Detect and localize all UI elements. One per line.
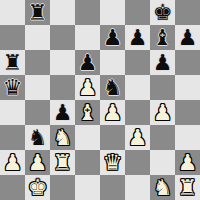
square-f6[interactable] bbox=[125, 50, 150, 75]
square-f1[interactable] bbox=[125, 175, 150, 200]
black-pawn[interactable]: ♟ bbox=[103, 25, 123, 50]
white-pawn[interactable]: ♟ bbox=[178, 150, 198, 175]
square-e7[interactable]: ♟ bbox=[100, 25, 125, 50]
square-h5[interactable] bbox=[175, 75, 200, 100]
square-b1[interactable]: ♚ bbox=[25, 175, 50, 200]
square-g2[interactable] bbox=[150, 150, 175, 175]
square-g4[interactable]: ♟ bbox=[150, 100, 175, 125]
square-h6[interactable] bbox=[175, 50, 200, 75]
square-c4[interactable]: ♟ bbox=[50, 100, 75, 125]
black-knight[interactable]: ♞ bbox=[103, 75, 123, 100]
square-g6[interactable]: ♟ bbox=[150, 50, 175, 75]
square-e5[interactable]: ♞ bbox=[100, 75, 125, 100]
black-pawn[interactable]: ♟ bbox=[78, 50, 98, 75]
square-f2[interactable] bbox=[125, 150, 150, 175]
black-king[interactable]: ♚ bbox=[153, 0, 173, 25]
square-d5[interactable]: ♟ bbox=[75, 75, 100, 100]
square-c2[interactable]: ♜ bbox=[50, 150, 75, 175]
square-g5[interactable] bbox=[150, 75, 175, 100]
square-e1[interactable] bbox=[100, 175, 125, 200]
white-king[interactable]: ♚ bbox=[28, 175, 48, 200]
white-rook[interactable]: ♜ bbox=[53, 150, 73, 175]
square-f5[interactable] bbox=[125, 75, 150, 100]
black-knight[interactable]: ♞ bbox=[28, 125, 48, 150]
black-rook[interactable]: ♜ bbox=[28, 0, 48, 25]
black-pawn[interactable]: ♟ bbox=[128, 25, 148, 50]
black-bishop[interactable]: ♝ bbox=[153, 25, 173, 50]
square-g3[interactable] bbox=[150, 125, 175, 150]
white-pawn[interactable]: ♟ bbox=[128, 125, 148, 150]
white-knight[interactable]: ♞ bbox=[53, 125, 73, 150]
white-bishop[interactable]: ♝ bbox=[78, 100, 98, 125]
square-d7[interactable] bbox=[75, 25, 100, 50]
white-knight[interactable]: ♞ bbox=[153, 175, 173, 200]
white-queen[interactable]: ♛ bbox=[103, 150, 123, 175]
square-h7[interactable]: ♟ bbox=[175, 25, 200, 50]
square-e8[interactable] bbox=[100, 0, 125, 25]
square-b2[interactable]: ♟ bbox=[25, 150, 50, 175]
square-a1[interactable] bbox=[0, 175, 25, 200]
chess-board: ♜♚♟♟♝♟♜♟♟♛♟♞♟♝♟♟♞♞♟♟♟♜♛♟♚♞♜ bbox=[0, 0, 200, 200]
square-b6[interactable] bbox=[25, 50, 50, 75]
square-c6[interactable] bbox=[50, 50, 75, 75]
white-pawn[interactable]: ♟ bbox=[78, 75, 98, 100]
white-rook[interactable]: ♜ bbox=[178, 175, 198, 200]
square-f3[interactable]: ♟ bbox=[125, 125, 150, 150]
square-e4[interactable]: ♟ bbox=[100, 100, 125, 125]
black-pawn[interactable]: ♟ bbox=[53, 100, 73, 125]
square-a2[interactable]: ♟ bbox=[0, 150, 25, 175]
square-g1[interactable]: ♞ bbox=[150, 175, 175, 200]
square-h1[interactable]: ♜ bbox=[175, 175, 200, 200]
black-pawn[interactable]: ♟ bbox=[153, 50, 173, 75]
square-a7[interactable] bbox=[0, 25, 25, 50]
square-f4[interactable] bbox=[125, 100, 150, 125]
square-d3[interactable] bbox=[75, 125, 100, 150]
square-b8[interactable]: ♜ bbox=[25, 0, 50, 25]
white-pawn[interactable]: ♟ bbox=[28, 150, 48, 175]
square-h4[interactable] bbox=[175, 100, 200, 125]
square-h3[interactable] bbox=[175, 125, 200, 150]
square-f8[interactable] bbox=[125, 0, 150, 25]
square-e6[interactable] bbox=[100, 50, 125, 75]
black-queen[interactable]: ♛ bbox=[3, 75, 23, 100]
square-d1[interactable] bbox=[75, 175, 100, 200]
square-a6[interactable]: ♜ bbox=[0, 50, 25, 75]
square-c7[interactable] bbox=[50, 25, 75, 50]
square-a8[interactable] bbox=[0, 0, 25, 25]
square-g7[interactable]: ♝ bbox=[150, 25, 175, 50]
square-a5[interactable]: ♛ bbox=[0, 75, 25, 100]
square-d4[interactable]: ♝ bbox=[75, 100, 100, 125]
square-e2[interactable]: ♛ bbox=[100, 150, 125, 175]
square-b4[interactable] bbox=[25, 100, 50, 125]
square-e3[interactable] bbox=[100, 125, 125, 150]
square-a4[interactable] bbox=[0, 100, 25, 125]
white-pawn[interactable]: ♟ bbox=[153, 100, 173, 125]
square-g8[interactable]: ♚ bbox=[150, 0, 175, 25]
square-b3[interactable]: ♞ bbox=[25, 125, 50, 150]
square-h2[interactable]: ♟ bbox=[175, 150, 200, 175]
square-b5[interactable] bbox=[25, 75, 50, 100]
square-c3[interactable]: ♞ bbox=[50, 125, 75, 150]
white-pawn[interactable]: ♟ bbox=[3, 150, 23, 175]
white-pawn[interactable]: ♟ bbox=[103, 100, 123, 125]
square-c1[interactable] bbox=[50, 175, 75, 200]
square-h8[interactable] bbox=[175, 0, 200, 25]
square-c5[interactable] bbox=[50, 75, 75, 100]
square-c8[interactable] bbox=[50, 0, 75, 25]
square-d8[interactable] bbox=[75, 0, 100, 25]
square-a3[interactable] bbox=[0, 125, 25, 150]
square-b7[interactable] bbox=[25, 25, 50, 50]
square-d6[interactable]: ♟ bbox=[75, 50, 100, 75]
square-f7[interactable]: ♟ bbox=[125, 25, 150, 50]
black-rook[interactable]: ♜ bbox=[3, 50, 23, 75]
square-d2[interactable] bbox=[75, 150, 100, 175]
black-pawn[interactable]: ♟ bbox=[178, 25, 198, 50]
